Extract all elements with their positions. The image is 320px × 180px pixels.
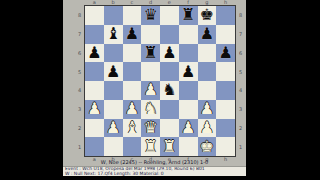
square-a4[interactable]	[85, 81, 104, 100]
square-d3[interactable]: ♞	[141, 100, 160, 119]
coord-label: 4	[76, 81, 83, 100]
coord-label: 7	[237, 25, 244, 44]
square-f4[interactable]	[179, 81, 198, 100]
square-a7[interactable]	[85, 25, 104, 44]
square-e2[interactable]	[160, 119, 179, 138]
piece-white-pawn: ♟	[106, 119, 120, 135]
players-caption: W, Noe (2245) -- Roehling, Arnd (2310) 1…	[63, 160, 246, 165]
coord-label: 3	[237, 100, 244, 119]
piece-white-pawn: ♟	[87, 101, 101, 117]
square-c5[interactable]	[123, 62, 142, 81]
square-h2[interactable]	[216, 119, 235, 138]
square-h4[interactable]	[216, 81, 235, 100]
square-d5[interactable]	[141, 62, 160, 81]
piece-black-king: ♚	[200, 7, 214, 23]
piece-black-pawn: ♟	[218, 44, 232, 60]
square-b8[interactable]	[104, 6, 123, 25]
piece-black-bishop: ♝	[106, 26, 120, 42]
square-f3[interactable]	[179, 100, 198, 119]
piece-white-pawn: ♟	[200, 101, 214, 117]
coord-label: 8	[76, 6, 83, 25]
square-b4[interactable]	[104, 81, 123, 100]
square-h1[interactable]	[216, 137, 235, 156]
square-e7[interactable]	[160, 25, 179, 44]
piece-white-pawn: ♟	[181, 119, 195, 135]
rank-labels-left: 87654321	[76, 6, 83, 156]
square-e5[interactable]	[160, 62, 179, 81]
square-c4[interactable]	[123, 81, 142, 100]
square-h7[interactable]	[216, 25, 235, 44]
square-d4[interactable]: ♟	[141, 81, 160, 100]
piece-white-pawn: ♟	[200, 119, 214, 135]
square-b7[interactable]: ♝	[104, 25, 123, 44]
square-c7[interactable]: ♟	[123, 25, 142, 44]
coord-label: 3	[76, 100, 83, 119]
square-h3[interactable]	[216, 100, 235, 119]
piece-black-pawn: ♟	[200, 26, 214, 42]
coord-label: 7	[76, 25, 83, 44]
chess-board: ♛♜♚♝♟♟♟♜♟♟♟♟♟♞♟♟♞♟♟♝♛♟♟♜♜♚	[84, 5, 236, 157]
square-d1[interactable]: ♜	[141, 137, 160, 156]
info-line: W : Null Next: 17.Qf4 Length: 30 Materia…	[63, 172, 246, 176]
piece-black-rook: ♜	[143, 44, 157, 60]
square-b1[interactable]	[104, 137, 123, 156]
square-h8[interactable]	[216, 6, 235, 25]
chess-panel: abcdefgh 87654321 ♛♜♚♝♟♟♟♜♟♟♟♟♟♞♟♟♞♟♟♝♛♟…	[63, 0, 246, 175]
square-g5[interactable]	[198, 62, 217, 81]
coord-label: 2	[237, 119, 244, 138]
piece-black-pawn: ♟	[106, 63, 120, 79]
piece-black-pawn: ♟	[125, 26, 139, 42]
square-b2[interactable]: ♟	[104, 119, 123, 138]
square-d8[interactable]: ♛	[141, 6, 160, 25]
square-b3[interactable]	[104, 100, 123, 119]
piece-white-queen: ♛	[143, 119, 157, 135]
square-a8[interactable]	[85, 6, 104, 25]
coord-label: 4	[237, 81, 244, 100]
piece-white-rook: ♜	[143, 138, 157, 154]
square-f2[interactable]: ♟	[179, 119, 198, 138]
square-f1[interactable]	[179, 137, 198, 156]
square-g8[interactable]: ♚	[198, 6, 217, 25]
rank-labels-right: 87654321	[237, 6, 244, 156]
piece-black-pawn: ♟	[162, 44, 176, 60]
piece-white-king: ♚	[200, 138, 214, 154]
coord-label: 6	[76, 44, 83, 63]
square-c1[interactable]	[123, 137, 142, 156]
piece-white-pawn: ♟	[143, 82, 157, 98]
piece-white-bishop: ♝	[125, 119, 139, 135]
square-g7[interactable]: ♟	[198, 25, 217, 44]
piece-black-queen: ♛	[143, 7, 157, 23]
piece-black-rook: ♜	[181, 7, 195, 23]
piece-white-rook: ♜	[162, 138, 176, 154]
square-e3[interactable]	[160, 100, 179, 119]
square-f6[interactable]	[179, 44, 198, 63]
square-e8[interactable]	[160, 6, 179, 25]
square-f5[interactable]: ♟	[179, 62, 198, 81]
square-g2[interactable]: ♟	[198, 119, 217, 138]
piece-black-knight: ♞	[162, 82, 176, 98]
square-b6[interactable]	[104, 44, 123, 63]
square-h5[interactable]	[216, 62, 235, 81]
coord-label: 1	[237, 137, 244, 156]
square-g1[interactable]: ♚	[198, 137, 217, 156]
square-d2[interactable]: ♛	[141, 119, 160, 138]
piece-black-pawn: ♟	[181, 63, 195, 79]
square-c2[interactable]: ♝	[123, 119, 142, 138]
square-a5[interactable]	[85, 62, 104, 81]
square-a1[interactable]	[85, 137, 104, 156]
caption-bar: Event : Wch U18, Oropesa del Mar 1998 (2…	[63, 166, 246, 176]
piece-white-pawn: ♟	[125, 101, 139, 117]
square-c8[interactable]	[123, 6, 142, 25]
square-e6[interactable]: ♟	[160, 44, 179, 63]
square-e4[interactable]: ♞	[160, 81, 179, 100]
square-f8[interactable]: ♜	[179, 6, 198, 25]
coord-label: 1	[76, 137, 83, 156]
coord-label: 5	[237, 62, 244, 81]
square-a2[interactable]	[85, 119, 104, 138]
coord-label: 2	[76, 119, 83, 138]
square-d7[interactable]	[141, 25, 160, 44]
coord-label: 8	[237, 6, 244, 25]
square-c3[interactable]: ♟	[123, 100, 142, 119]
square-d6[interactable]: ♜	[141, 44, 160, 63]
square-c6[interactable]	[123, 44, 142, 63]
coord-label: 5	[76, 62, 83, 81]
square-e1[interactable]: ♜	[160, 137, 179, 156]
square-f7[interactable]	[179, 25, 198, 44]
square-a6[interactable]: ♟	[85, 44, 104, 63]
square-a3[interactable]: ♟	[85, 100, 104, 119]
square-h6[interactable]: ♟	[216, 44, 235, 63]
piece-black-pawn: ♟	[87, 44, 101, 60]
video-frame: abcdefgh 87654321 ♛♜♚♝♟♟♟♜♟♟♟♟♟♞♟♟♞♟♟♝♛♟…	[0, 0, 320, 180]
coord-label: 6	[237, 44, 244, 63]
square-g3[interactable]: ♟	[198, 100, 217, 119]
square-b5[interactable]: ♟	[104, 62, 123, 81]
square-g4[interactable]	[198, 81, 217, 100]
piece-white-knight: ♞	[143, 101, 157, 117]
square-g6[interactable]	[198, 44, 217, 63]
